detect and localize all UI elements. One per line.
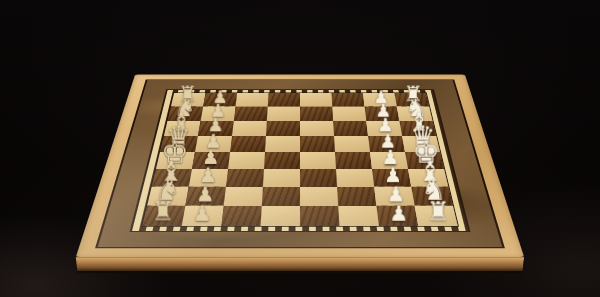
- board-frame: ♜♟♟♜♞♟♟♞♝♟♟♝♛♟♟♛♚♟♟♚♝♟♟♝♞♟♟♞♜♟♟♜: [76, 75, 524, 258]
- inlay-border: ♜♟♟♜♞♟♟♞♝♟♟♝♛♟♟♛♚♟♟♚♝♟♟♝♞♟♟♞♜♟♟♜: [129, 89, 470, 232]
- square-g6[interactable]: [224, 187, 263, 206]
- piece-bR-h8[interactable]: ♜: [151, 198, 174, 224]
- square-h7[interactable]: ♟: [182, 206, 224, 226]
- square-h5[interactable]: [261, 206, 300, 226]
- board-front-edge: [76, 257, 524, 273]
- square-g3[interactable]: [337, 187, 376, 206]
- square-d6[interactable]: [230, 136, 266, 152]
- square-e6[interactable]: [228, 152, 265, 169]
- square-b4[interactable]: [300, 107, 333, 121]
- burl-border: ♜♟♟♜♞♟♟♞♝♟♟♝♛♟♟♛♚♟♟♚♝♟♟♝♞♟♟♞♜♟♟♜: [95, 80, 505, 249]
- square-c6[interactable]: [232, 121, 267, 136]
- square-e5[interactable]: [264, 152, 300, 169]
- square-h4[interactable]: [300, 206, 339, 226]
- square-e3[interactable]: [335, 152, 372, 169]
- square-h1[interactable]: ♜: [415, 206, 458, 226]
- square-h2[interactable]: ♟: [376, 206, 418, 226]
- piece-bP-h7[interactable]: ♟: [192, 203, 211, 224]
- square-b5[interactable]: [267, 107, 300, 121]
- photo-background: ♜♟♟♜♞♟♟♞♝♟♟♝♛♟♟♛♚♟♟♚♝♟♟♝♞♟♟♞♜♟♟♜: [0, 0, 600, 297]
- square-d4[interactable]: [300, 136, 335, 152]
- square-f5[interactable]: [263, 169, 300, 187]
- square-c4[interactable]: [300, 121, 334, 136]
- square-a5[interactable]: [268, 93, 300, 107]
- square-c5[interactable]: [266, 121, 300, 136]
- square-a3[interactable]: [331, 93, 364, 107]
- piece-wR-h1[interactable]: ♜: [426, 198, 449, 224]
- square-b3[interactable]: [332, 107, 366, 121]
- square-h8[interactable]: ♜: [142, 206, 185, 226]
- square-d5[interactable]: [265, 136, 300, 152]
- chess-board: ♜♟♟♜♞♟♟♞♝♟♟♝♛♟♟♛♚♟♟♚♝♟♟♝♞♟♟♞♜♟♟♜: [76, 75, 524, 258]
- square-g4[interactable]: [300, 187, 338, 206]
- square-f6[interactable]: [226, 169, 264, 187]
- square-e4[interactable]: [300, 152, 336, 169]
- square-a4[interactable]: [300, 93, 332, 107]
- square-b6[interactable]: [234, 107, 268, 121]
- square-d3[interactable]: [334, 136, 370, 152]
- square-h6[interactable]: [221, 206, 262, 226]
- square-f3[interactable]: [336, 169, 374, 187]
- square-f4[interactable]: [300, 169, 337, 187]
- square-a6[interactable]: [235, 93, 268, 107]
- board-grid: ♜♟♟♜♞♟♟♞♝♟♟♝♛♟♟♛♚♟♟♚♝♟♟♝♞♟♟♞♜♟♟♜: [141, 93, 459, 227]
- square-h3[interactable]: [338, 206, 379, 226]
- square-c3[interactable]: [333, 121, 368, 136]
- piece-wP-h2[interactable]: ♟: [389, 203, 408, 224]
- square-g5[interactable]: [262, 187, 300, 206]
